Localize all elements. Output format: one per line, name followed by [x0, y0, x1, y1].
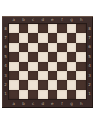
file-label-top-d: d — [38, 16, 48, 24]
square-c7 — [28, 33, 38, 42]
square-b2 — [19, 80, 29, 89]
square-d5 — [38, 52, 48, 61]
square-b8 — [19, 24, 29, 33]
square-d1 — [38, 90, 48, 99]
square-f2 — [57, 80, 67, 89]
rank-label-right-5: 5 — [86, 52, 93, 61]
square-f1 — [57, 90, 67, 99]
rank-label-right-2: 2 — [86, 80, 93, 89]
file-label-top-a: a — [9, 16, 19, 24]
square-g8 — [67, 24, 77, 33]
square-g1 — [67, 90, 77, 99]
chessboard — [2, 16, 93, 108]
square-d2 — [38, 80, 48, 89]
rank-label-left-6: 6 — [2, 43, 9, 52]
square-c8 — [28, 24, 38, 33]
square-a2 — [9, 80, 19, 89]
square-h3 — [76, 71, 86, 80]
square-c5 — [28, 52, 38, 61]
square-d8 — [38, 24, 48, 33]
square-d6 — [38, 43, 48, 52]
rank-label-left-1: 1 — [2, 90, 9, 99]
square-a6 — [9, 43, 19, 52]
file-label-bottom-f: f — [57, 99, 67, 108]
square-h2 — [76, 80, 86, 89]
rank-label-left-8: 8 — [2, 24, 9, 33]
square-g2 — [67, 80, 77, 89]
square-a3 — [9, 71, 19, 80]
square-h1 — [76, 90, 86, 99]
square-d4 — [38, 62, 48, 71]
square-e8 — [48, 24, 58, 33]
file-label-bottom-b: b — [19, 99, 29, 108]
rank-label-right-4: 4 — [86, 62, 93, 71]
rank-label-right-7: 7 — [86, 33, 93, 42]
square-e5 — [48, 52, 58, 61]
rank-label-left-4: 4 — [2, 62, 9, 71]
square-g7 — [67, 33, 77, 42]
file-label-top-e: e — [48, 16, 58, 24]
square-b3 — [19, 71, 29, 80]
square-e4 — [48, 62, 58, 71]
square-c1 — [28, 90, 38, 99]
square-f7 — [57, 33, 67, 42]
rank-label-left-5: 5 — [2, 52, 9, 61]
square-f4 — [57, 62, 67, 71]
rank-label-right-1: 1 — [86, 90, 93, 99]
file-label-bottom-g: g — [67, 99, 77, 108]
file-label-top-f: f — [57, 16, 67, 24]
square-c6 — [28, 43, 38, 52]
square-a1 — [9, 90, 19, 99]
square-g6 — [67, 43, 77, 52]
square-h8 — [76, 24, 86, 33]
square-e7 — [48, 33, 58, 42]
square-a4 — [9, 62, 19, 71]
square-b6 — [19, 43, 29, 52]
square-c4 — [28, 62, 38, 71]
square-c2 — [28, 80, 38, 89]
square-d7 — [38, 33, 48, 42]
square-h5 — [76, 52, 86, 61]
square-g3 — [67, 71, 77, 80]
rank-label-right-3: 3 — [86, 71, 93, 80]
file-label-bottom-a: a — [9, 99, 19, 108]
square-a8 — [9, 24, 19, 33]
square-f3 — [57, 71, 67, 80]
square-e6 — [48, 43, 58, 52]
square-h6 — [76, 43, 86, 52]
square-a5 — [9, 52, 19, 61]
square-b4 — [19, 62, 29, 71]
square-g4 — [67, 62, 77, 71]
rank-label-left-7: 7 — [2, 33, 9, 42]
square-c3 — [28, 71, 38, 80]
rank-label-left-3: 3 — [2, 71, 9, 80]
file-label-top-h: h — [76, 16, 86, 24]
file-label-bottom-h: h — [76, 99, 86, 108]
square-f8 — [57, 24, 67, 33]
square-h7 — [76, 33, 86, 42]
file-label-top-g: g — [67, 16, 77, 24]
square-b1 — [19, 90, 29, 99]
product-photo-background: abcdefgh abcdefgh 87654321 87654321 — [0, 0, 95, 126]
file-label-top-c: c — [28, 16, 38, 24]
rank-label-right-6: 6 — [86, 43, 93, 52]
square-h4 — [76, 62, 86, 71]
rank-label-left-2: 2 — [2, 80, 9, 89]
square-f5 — [57, 52, 67, 61]
file-label-top-b: b — [19, 16, 29, 24]
square-d3 — [38, 71, 48, 80]
square-a7 — [9, 33, 19, 42]
rank-label-right-8: 8 — [86, 24, 93, 33]
square-b5 — [19, 52, 29, 61]
rank-labels-right: 87654321 — [86, 24, 93, 99]
file-label-bottom-d: d — [38, 99, 48, 108]
file-label-bottom-e: e — [48, 99, 58, 108]
square-e3 — [48, 71, 58, 80]
square-b7 — [19, 33, 29, 42]
file-labels-top: abcdefgh — [9, 16, 86, 24]
file-labels-bottom: abcdefgh — [9, 99, 86, 108]
square-e1 — [48, 90, 58, 99]
file-label-bottom-c: c — [28, 99, 38, 108]
square-g5 — [67, 52, 77, 61]
square-e2 — [48, 80, 58, 89]
chessboard-grid — [9, 24, 86, 99]
square-f6 — [57, 43, 67, 52]
rank-labels-left: 87654321 — [2, 24, 9, 99]
